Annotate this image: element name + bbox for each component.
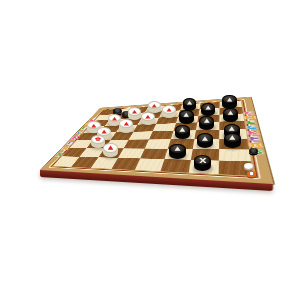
piece-top: ▲ [183,98,197,107]
black-checker-piece: ▲ [169,144,185,159]
board-square [160,159,190,172]
black-checker-piece: ▲ [199,116,214,130]
border-letter: R [248,142,263,148]
piece-mark: ▲ [166,107,171,112]
piece-top: ▲ [162,105,176,114]
piece-mark: ▲ [180,127,186,132]
piece-mark: ▲ [229,136,235,142]
piece-mark: X [199,157,207,164]
piece-mark: ▲ [227,97,232,102]
piece-mark: ▲ [206,105,211,110]
piece-mark: ▲ [202,136,208,142]
piece-top: ▲ [175,125,190,135]
piece-mark: ▲ [228,110,234,115]
piece-top: ▲ [148,101,161,109]
black-checker-piece: ▲ [224,133,241,148]
piece-top: ▲ [199,116,214,125]
black-king-piece: X [194,155,211,171]
piece-mark: ▲ [145,114,150,119]
piece-mark: ♚ [94,136,102,142]
piece-top: ▲ [201,103,215,112]
black-checker-piece: ▲ [222,95,236,108]
border-letter: E [247,136,261,141]
border-mini-black-piece [249,148,258,154]
piece-mark: ▲ [184,112,189,117]
black-checker-piece: ▲ [183,98,197,111]
black-checker-piece: ▲ [223,108,238,122]
white-checker-piece: ▲ [141,112,155,125]
piece-mark: ▲ [174,146,180,152]
piece-mark: ▲ [108,145,114,150]
white-checker-piece: ▲ [128,107,142,119]
piece-top: ▲ [128,107,142,115]
black-checker-piece: ▲ [179,110,194,123]
piece-mark: ▲ [91,123,96,128]
piece-top: ▲ [197,133,213,143]
piece-top: ▲ [169,144,185,154]
border-mini-white-piece [244,163,253,169]
piece-top: ▲ [224,124,240,134]
piece-mark: ▲ [187,100,192,105]
black-checker-piece: ▲ [201,103,215,116]
piece-mark: ▲ [229,126,235,132]
border-mini-orange-piece [247,171,256,177]
white-checker-piece: ▲ [119,119,133,132]
white-checker-piece: ▲ [162,105,176,118]
piece-mark: ▲ [204,118,210,123]
piece-top: ▲ [103,143,118,153]
white-checker-piece: ▲ [103,143,118,157]
checkers-product-image: CHECKERS CHECKERS ▲▲▲▲▲▲▲▲▲▲▲▲▲▲▲▲♚▲▲▲▲X [0,0,300,300]
board-square [219,149,251,162]
piece-mark: ▲ [112,116,117,121]
piece-mark: ▲ [152,103,157,108]
piece-mark: ▲ [124,121,129,126]
piece-top: ▲ [141,112,155,121]
black-checker-piece: ▲ [197,133,213,148]
black-checker-piece: ▲ [175,125,190,139]
piece-mark: ▲ [101,129,106,134]
piece-mark: ▲ [132,109,137,114]
piece-top: ▲ [179,110,194,119]
